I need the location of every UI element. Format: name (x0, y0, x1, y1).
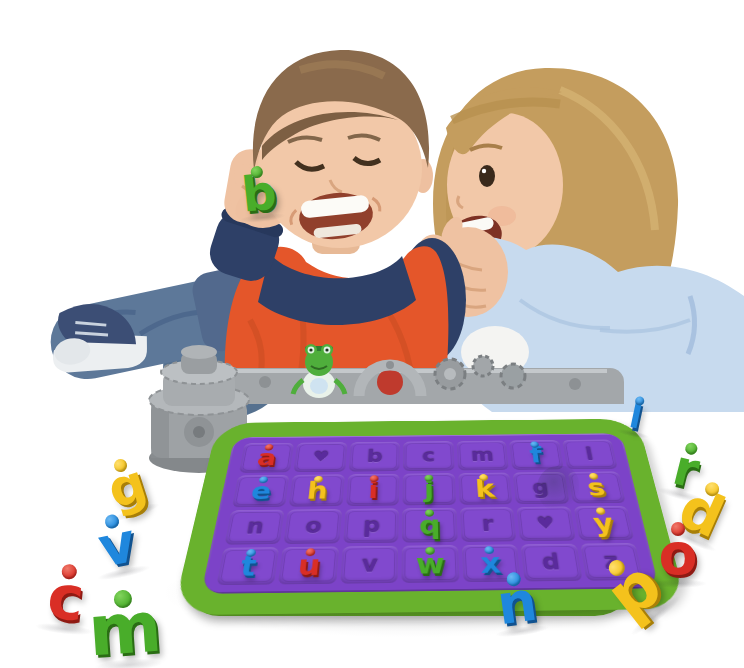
recess-v: v (361, 554, 378, 575)
cell-r4c2-u[interactable]: u (278, 546, 339, 584)
cell-r4c3-v[interactable]: v (340, 546, 398, 584)
piece-peg (314, 476, 323, 483)
cell-r2c2-h[interactable]: h (289, 474, 345, 506)
held-piece-b[interactable]: b (232, 166, 287, 221)
piece-peg (485, 546, 495, 554)
piece-peg (264, 444, 273, 450)
recess-heart: ♥ (535, 515, 555, 532)
cell-r2c5-k[interactable]: k (458, 473, 513, 505)
recess-o: o (304, 516, 323, 536)
recess-b: b (366, 448, 383, 465)
piece-peg (369, 475, 378, 482)
girl-eye (479, 165, 495, 187)
piece-peg (425, 475, 434, 482)
machine-back-deck (194, 356, 624, 404)
piece-peg (425, 509, 434, 516)
recess-m: m (470, 447, 494, 464)
floor-piece-m[interactable]: m (86, 590, 165, 668)
piece-peg (305, 548, 315, 556)
red-wheel (377, 369, 403, 395)
recess-r: r (481, 515, 494, 534)
cell-r1c7-l[interactable]: l (562, 439, 618, 469)
gear-icon (501, 364, 525, 388)
cell-r1c2-heart[interactable]: ♥ (294, 442, 348, 472)
piece-peg (479, 474, 488, 481)
recess-d: d (541, 552, 562, 573)
piece-peg (589, 473, 599, 480)
gear-icon (473, 356, 493, 376)
cell-r2c4-j[interactable]: j (403, 473, 456, 505)
cell-r3c1-n[interactable]: n (224, 510, 284, 545)
cell-r3c3-p[interactable]: p (343, 508, 399, 543)
boy-navy-chest (258, 254, 416, 325)
recess-heart: ♥ (312, 450, 330, 464)
piece-peg (258, 476, 268, 483)
piece-peg (596, 507, 606, 514)
cell-r4c4-w[interactable]: w (402, 545, 460, 583)
cell-r1c4-c[interactable]: c (403, 441, 454, 471)
floor-piece-n[interactable]: n (484, 570, 550, 636)
recess-c: c (422, 448, 435, 465)
cell-r3c6-heart[interactable]: ♥ (517, 506, 576, 541)
tray-emboss-logo (537, 466, 579, 512)
cell-r3c2-o[interactable]: o (284, 509, 342, 544)
recess-n: n (245, 517, 265, 537)
cell-r3c7-y[interactable]: y (573, 506, 634, 541)
photo-scene: a♥bcmflehijkgsnopqr♥ytuvwxdz gvcmlrdopnb (0, 0, 744, 668)
letter-mat: a♥bcmflehijkgsnopqr♥ytuvwxdz (203, 434, 657, 592)
cell-r2c3-i[interactable]: i (346, 474, 400, 506)
floor-piece-l[interactable]: l (615, 395, 658, 438)
cell-r1c1-a[interactable]: a (239, 443, 295, 473)
cell-r1c3-b[interactable]: b (348, 442, 400, 472)
piece-peg (671, 522, 685, 536)
cell-r1c5-m[interactable]: m (456, 441, 509, 471)
piece-peg (245, 549, 256, 557)
piece-peg (530, 441, 539, 447)
piece-peg (425, 547, 435, 555)
recess-p: p (363, 516, 381, 536)
recess-l: l (584, 446, 595, 463)
cell-r3c4-q[interactable]: q (402, 508, 457, 543)
cell-r4c1-t[interactable]: t (216, 547, 279, 585)
cell-r2c1-e[interactable]: e (232, 475, 290, 507)
cell-r3c5-r[interactable]: r (460, 507, 517, 542)
